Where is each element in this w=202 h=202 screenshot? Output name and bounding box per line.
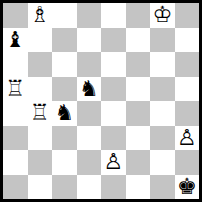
square-h7[interactable] xyxy=(175,28,200,53)
square-f4[interactable] xyxy=(126,101,151,126)
square-g2[interactable] xyxy=(150,150,175,175)
square-h4[interactable] xyxy=(175,101,200,126)
square-b3[interactable] xyxy=(28,126,53,151)
white-pawn-piece[interactable]: ♙ xyxy=(177,126,197,150)
square-a6[interactable] xyxy=(3,52,28,77)
square-g8[interactable]: ♔ xyxy=(150,3,175,28)
square-c4[interactable]: ♞ xyxy=(52,101,77,126)
square-h2[interactable] xyxy=(175,150,200,175)
square-e6[interactable] xyxy=(101,52,126,77)
square-d8[interactable] xyxy=(77,3,102,28)
black-knight-piece[interactable]: ♞ xyxy=(54,101,74,125)
square-b2[interactable] xyxy=(28,150,53,175)
black-knight-piece[interactable]: ♞ xyxy=(79,77,99,101)
square-b1[interactable] xyxy=(28,175,53,200)
square-f1[interactable] xyxy=(126,175,151,200)
square-e5[interactable] xyxy=(101,77,126,102)
square-b8[interactable]: ♗ xyxy=(28,3,53,28)
square-g6[interactable] xyxy=(150,52,175,77)
square-b4[interactable]: ♖ xyxy=(28,101,53,126)
square-f6[interactable] xyxy=(126,52,151,77)
square-e8[interactable] xyxy=(101,3,126,28)
square-e3[interactable] xyxy=(101,126,126,151)
square-d2[interactable] xyxy=(77,150,102,175)
square-h3[interactable]: ♙ xyxy=(175,126,200,151)
square-d6[interactable] xyxy=(77,52,102,77)
square-g3[interactable] xyxy=(150,126,175,151)
square-f3[interactable] xyxy=(126,126,151,151)
square-e7[interactable] xyxy=(101,28,126,53)
square-f7[interactable] xyxy=(126,28,151,53)
square-h5[interactable] xyxy=(175,77,200,102)
square-h6[interactable] xyxy=(175,52,200,77)
square-d7[interactable] xyxy=(77,28,102,53)
square-a1[interactable] xyxy=(3,175,28,200)
square-e1[interactable] xyxy=(101,175,126,200)
square-e4[interactable] xyxy=(101,101,126,126)
white-pawn-piece[interactable]: ♙ xyxy=(103,150,123,174)
square-e2[interactable]: ♙ xyxy=(101,150,126,175)
square-c3[interactable] xyxy=(52,126,77,151)
square-f5[interactable] xyxy=(126,77,151,102)
square-a3[interactable] xyxy=(3,126,28,151)
square-c8[interactable] xyxy=(52,3,77,28)
square-g7[interactable] xyxy=(150,28,175,53)
square-c5[interactable] xyxy=(52,77,77,102)
square-b5[interactable] xyxy=(28,77,53,102)
square-c1[interactable] xyxy=(52,175,77,200)
square-b7[interactable] xyxy=(28,28,53,53)
square-a5[interactable]: ♖ xyxy=(3,77,28,102)
black-king-piece[interactable]: ♚ xyxy=(177,175,197,199)
white-king-piece[interactable]: ♔ xyxy=(152,3,172,27)
square-h8[interactable] xyxy=(175,3,200,28)
white-rook-piece[interactable]: ♖ xyxy=(30,101,50,125)
square-c2[interactable] xyxy=(52,150,77,175)
square-c7[interactable] xyxy=(52,28,77,53)
square-a2[interactable] xyxy=(3,150,28,175)
square-g1[interactable] xyxy=(150,175,175,200)
square-g5[interactable] xyxy=(150,77,175,102)
white-rook-piece[interactable]: ♖ xyxy=(5,77,25,101)
square-f2[interactable] xyxy=(126,150,151,175)
square-b6[interactable] xyxy=(28,52,53,77)
square-a8[interactable] xyxy=(3,3,28,28)
black-bishop-piece[interactable]: ♝ xyxy=(5,28,25,52)
square-d1[interactable] xyxy=(77,175,102,200)
square-c6[interactable] xyxy=(52,52,77,77)
square-d3[interactable] xyxy=(77,126,102,151)
square-a4[interactable] xyxy=(3,101,28,126)
square-g4[interactable] xyxy=(150,101,175,126)
white-bishop-piece[interactable]: ♗ xyxy=(30,3,50,27)
square-f8[interactable] xyxy=(126,3,151,28)
square-d4[interactable] xyxy=(77,101,102,126)
chess-board: ♗♔♝♖♞♖♞♙♙♚ xyxy=(0,0,202,202)
square-d5[interactable]: ♞ xyxy=(77,77,102,102)
square-h1[interactable]: ♚ xyxy=(175,175,200,200)
square-a7[interactable]: ♝ xyxy=(3,28,28,53)
